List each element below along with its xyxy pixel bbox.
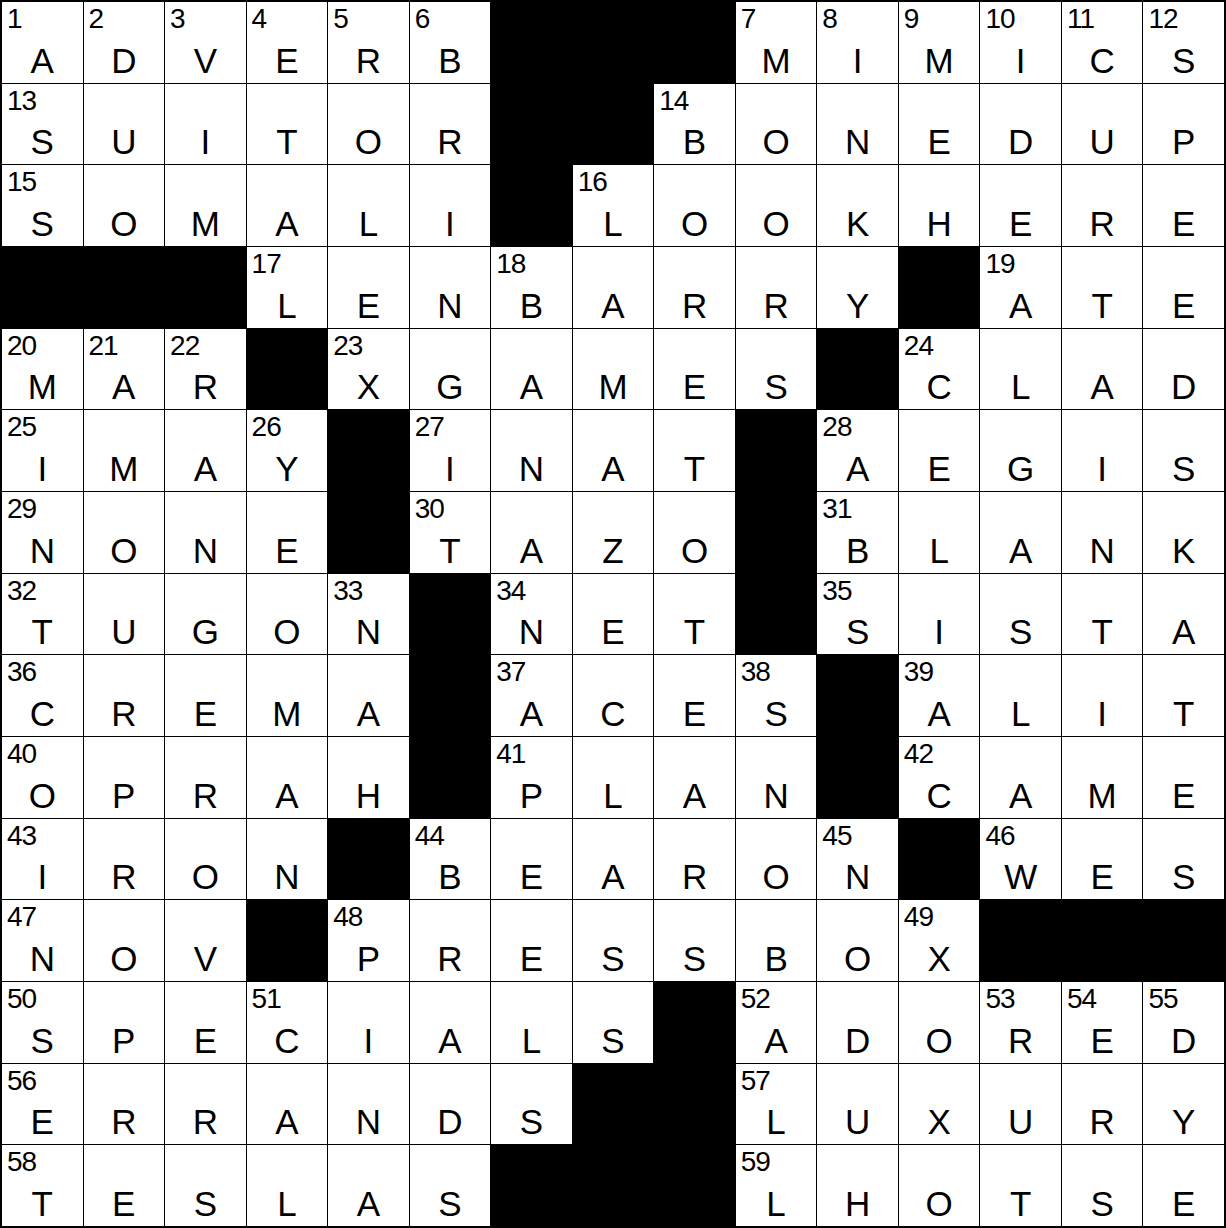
cell-letter: D: [980, 124, 1061, 159]
cell-r2c14[interactable]: U: [1062, 84, 1143, 165]
cell-r13c11[interactable]: D: [817, 982, 898, 1063]
cell-r10c7[interactable]: 41P: [491, 737, 572, 818]
cell-letter: E: [491, 941, 572, 976]
cell-letter: A: [1143, 614, 1224, 649]
cell-r12c3[interactable]: V: [165, 900, 246, 981]
black-cell-r12c14: [1062, 900, 1143, 981]
cell-r5c6[interactable]: G: [410, 329, 491, 410]
cell-r5c13[interactable]: L: [980, 329, 1061, 410]
cell-letter: A: [899, 696, 980, 731]
cell-r5c5[interactable]: 23X: [328, 329, 409, 410]
cell-r10c15[interactable]: E: [1143, 737, 1224, 818]
clue-number: 36: [7, 658, 36, 686]
black-cell-r4c1: [2, 247, 83, 328]
black-cell-r8c10: [736, 574, 817, 655]
cell-r7c12[interactable]: L: [899, 492, 980, 573]
clue-number: 12: [1148, 5, 1177, 33]
cell-r3c10[interactable]: O: [736, 165, 817, 246]
cell-letter: P: [1143, 124, 1224, 159]
cell-r15c1[interactable]: 58T: [2, 1145, 83, 1226]
cell-r1c15[interactable]: 12S: [1143, 2, 1224, 83]
cell-r9c1[interactable]: 36C: [2, 655, 83, 736]
cell-r4c4[interactable]: 17L: [247, 247, 328, 328]
cell-r14c1[interactable]: 56E: [2, 1064, 83, 1145]
black-cell-r13c9: [654, 982, 735, 1063]
cell-letter: E: [328, 288, 409, 323]
cell-r6c11[interactable]: 28A: [817, 410, 898, 491]
cell-r5c1[interactable]: 20M: [2, 329, 83, 410]
cell-r2c13[interactable]: D: [980, 84, 1061, 165]
cell-r13c1[interactable]: 50S: [2, 982, 83, 1063]
cell-r3c14[interactable]: R: [1062, 165, 1143, 246]
black-cell-r5c4: [247, 329, 328, 410]
cell-r8c7[interactable]: 34N: [491, 574, 572, 655]
cell-r4c7[interactable]: 18B: [491, 247, 572, 328]
cell-r15c15[interactable]: E: [1143, 1145, 1224, 1226]
cell-letter: R: [654, 859, 735, 894]
cell-r2c12[interactable]: E: [899, 84, 980, 165]
cell-r9c9[interactable]: E: [654, 655, 735, 736]
clue-number: 45: [822, 822, 851, 850]
cell-r2c10[interactable]: O: [736, 84, 817, 165]
cell-r12c10[interactable]: B: [736, 900, 817, 981]
cell-r3c11[interactable]: K: [817, 165, 898, 246]
cell-r6c6[interactable]: 27I: [410, 410, 491, 491]
cell-r8c14[interactable]: T: [1062, 574, 1143, 655]
cell-r11c4[interactable]: N: [247, 819, 328, 900]
cell-r1c10[interactable]: 7M: [736, 2, 817, 83]
cell-r6c3[interactable]: A: [165, 410, 246, 491]
cell-r7c8[interactable]: Z: [573, 492, 654, 573]
cell-r8c12[interactable]: I: [899, 574, 980, 655]
cell-r1c12[interactable]: 9M: [899, 2, 980, 83]
cell-r12c2[interactable]: O: [84, 900, 165, 981]
cell-letter: M: [1062, 778, 1143, 813]
cell-r8c4[interactable]: O: [247, 574, 328, 655]
cell-r5c14[interactable]: A: [1062, 329, 1143, 410]
cell-r13c7[interactable]: L: [491, 982, 572, 1063]
cell-r13c13[interactable]: 53R: [980, 982, 1061, 1063]
cell-r15c14[interactable]: S: [1062, 1145, 1143, 1226]
cell-r4c5[interactable]: E: [328, 247, 409, 328]
cell-letter: L: [573, 206, 654, 241]
cell-r10c2[interactable]: P: [84, 737, 165, 818]
cell-r11c15[interactable]: S: [1143, 819, 1224, 900]
cell-r3c8[interactable]: 16L: [573, 165, 654, 246]
cell-r3c4[interactable]: A: [247, 165, 328, 246]
cell-r9c5[interactable]: A: [328, 655, 409, 736]
cell-letter: G: [980, 451, 1061, 486]
cell-letter: M: [247, 696, 328, 731]
cell-r11c10[interactable]: O: [736, 819, 817, 900]
cell-r14c4[interactable]: A: [247, 1064, 328, 1145]
cell-r4c15[interactable]: E: [1143, 247, 1224, 328]
cell-letter: H: [328, 778, 409, 813]
cell-r4c6[interactable]: N: [410, 247, 491, 328]
cell-letter: E: [654, 696, 735, 731]
cell-r9c14[interactable]: I: [1062, 655, 1143, 736]
cell-r13c15[interactable]: 55D: [1143, 982, 1224, 1063]
cell-r15c5[interactable]: A: [328, 1145, 409, 1226]
cell-letter: E: [1062, 1023, 1143, 1058]
cell-letter: M: [573, 369, 654, 404]
cell-letter: A: [736, 1023, 817, 1058]
cell-r2c11[interactable]: N: [817, 84, 898, 165]
cell-r2c6[interactable]: R: [410, 84, 491, 165]
cell-r11c6[interactable]: 44B: [410, 819, 491, 900]
cell-letter: S: [573, 1023, 654, 1058]
cell-r9c7[interactable]: 37A: [491, 655, 572, 736]
cell-r15c13[interactable]: T: [980, 1145, 1061, 1226]
cell-letter: E: [1143, 1186, 1224, 1221]
cell-r2c5[interactable]: O: [328, 84, 409, 165]
cell-letter: S: [1143, 859, 1224, 894]
cell-letter: L: [736, 1186, 817, 1221]
cell-r3c12[interactable]: H: [899, 165, 980, 246]
cell-r14c6[interactable]: D: [410, 1064, 491, 1145]
cell-r13c4[interactable]: 51C: [247, 982, 328, 1063]
cell-letter: O: [84, 533, 165, 568]
cell-r12c12[interactable]: 49X: [899, 900, 980, 981]
cell-r3c3[interactable]: M: [165, 165, 246, 246]
cell-r10c8[interactable]: L: [573, 737, 654, 818]
cell-r4c10[interactable]: R: [736, 247, 817, 328]
cell-r8c11[interactable]: 35S: [817, 574, 898, 655]
cell-r7c7[interactable]: A: [491, 492, 572, 573]
clue-number: 58: [7, 1148, 36, 1176]
cell-r3c1[interactable]: 15S: [2, 165, 83, 246]
cell-r8c8[interactable]: E: [573, 574, 654, 655]
cell-r6c4[interactable]: 26Y: [247, 410, 328, 491]
cell-r9c10[interactable]: 38S: [736, 655, 817, 736]
clue-number: 1: [7, 5, 22, 33]
cell-r14c2[interactable]: R: [84, 1064, 165, 1145]
cell-r6c7[interactable]: N: [491, 410, 572, 491]
cell-r5c9[interactable]: E: [654, 329, 735, 410]
cell-r1c4[interactable]: 4E: [247, 2, 328, 83]
cell-letter: Y: [247, 451, 328, 486]
cell-letter: S: [165, 1186, 246, 1221]
cell-r11c7[interactable]: E: [491, 819, 572, 900]
cell-r12c5[interactable]: 48P: [328, 900, 409, 981]
cell-letter: E: [980, 206, 1061, 241]
cell-r11c13[interactable]: 46W: [980, 819, 1061, 900]
cell-r8c3[interactable]: G: [165, 574, 246, 655]
cell-r14c12[interactable]: X: [899, 1064, 980, 1145]
cell-r1c1[interactable]: 1A: [2, 2, 83, 83]
cell-r14c11[interactable]: U: [817, 1064, 898, 1145]
black-cell-r14c9: [654, 1064, 735, 1145]
cell-r5c15[interactable]: D: [1143, 329, 1224, 410]
cell-letter: S: [1143, 451, 1224, 486]
cell-letter: O: [84, 206, 165, 241]
cell-r2c4[interactable]: T: [247, 84, 328, 165]
clue-number: 3: [170, 5, 185, 33]
cell-r15c6[interactable]: S: [410, 1145, 491, 1226]
cell-r13c6[interactable]: A: [410, 982, 491, 1063]
cell-r5c3[interactable]: 22R: [165, 329, 246, 410]
cell-letter: E: [573, 614, 654, 649]
cell-r10c5[interactable]: H: [328, 737, 409, 818]
cell-r3c9[interactable]: O: [654, 165, 735, 246]
cell-r12c7[interactable]: E: [491, 900, 572, 981]
cell-r11c9[interactable]: R: [654, 819, 735, 900]
cell-r1c13[interactable]: 10I: [980, 2, 1061, 83]
black-cell-r4c3: [165, 247, 246, 328]
cell-r13c5[interactable]: I: [328, 982, 409, 1063]
cell-r6c13[interactable]: G: [980, 410, 1061, 491]
cell-r11c1[interactable]: 43I: [2, 819, 83, 900]
cell-r12c8[interactable]: S: [573, 900, 654, 981]
cell-letter: B: [736, 941, 817, 976]
cell-letter: A: [247, 206, 328, 241]
cell-r8c15[interactable]: A: [1143, 574, 1224, 655]
cell-letter: R: [84, 1104, 165, 1139]
cell-letter: T: [980, 1186, 1061, 1221]
cell-r6c15[interactable]: S: [1143, 410, 1224, 491]
cell-r4c8[interactable]: A: [573, 247, 654, 328]
clue-number: 27: [415, 413, 444, 441]
cell-r4c11[interactable]: Y: [817, 247, 898, 328]
cell-r3c6[interactable]: I: [410, 165, 491, 246]
cell-letter: I: [980, 43, 1061, 78]
cell-r7c15[interactable]: K: [1143, 492, 1224, 573]
cell-r6c12[interactable]: E: [899, 410, 980, 491]
cell-r12c1[interactable]: 47N: [2, 900, 83, 981]
cell-r1c6[interactable]: 6B: [410, 2, 491, 83]
cell-r2c2[interactable]: U: [84, 84, 165, 165]
clue-number: 5: [333, 5, 348, 33]
cell-r9c4[interactable]: M: [247, 655, 328, 736]
cell-r14c10[interactable]: 57L: [736, 1064, 817, 1145]
cell-r5c12[interactable]: 24C: [899, 329, 980, 410]
cell-r14c15[interactable]: Y: [1143, 1064, 1224, 1145]
cell-r7c4[interactable]: E: [247, 492, 328, 573]
cell-r13c10[interactable]: 52A: [736, 982, 817, 1063]
cell-letter: O: [84, 941, 165, 976]
cell-r10c9[interactable]: A: [654, 737, 735, 818]
cell-r14c3[interactable]: R: [165, 1064, 246, 1145]
cell-r7c3[interactable]: N: [165, 492, 246, 573]
cell-r6c8[interactable]: A: [573, 410, 654, 491]
cell-letter: N: [410, 288, 491, 323]
cell-r11c3[interactable]: O: [165, 819, 246, 900]
cell-r6c2[interactable]: M: [84, 410, 165, 491]
crossword-grid: 1A2D3V4E5R6B7M8I9M10I11C12S13SUITOR14BON…: [0, 0, 1226, 1228]
cell-letter: C: [2, 696, 83, 731]
cell-letter: A: [328, 1186, 409, 1221]
cell-r15c10[interactable]: 59L: [736, 1145, 817, 1226]
cell-letter: D: [817, 1023, 898, 1058]
cell-r8c5[interactable]: 33N: [328, 574, 409, 655]
cell-r11c8[interactable]: A: [573, 819, 654, 900]
cell-r15c4[interactable]: L: [247, 1145, 328, 1226]
cell-letter: I: [410, 206, 491, 241]
cell-r7c9[interactable]: O: [654, 492, 735, 573]
cell-r9c15[interactable]: T: [1143, 655, 1224, 736]
cell-letter: O: [247, 614, 328, 649]
clue-number: 14: [659, 87, 688, 115]
cell-r4c9[interactable]: R: [654, 247, 735, 328]
cell-letter: E: [654, 369, 735, 404]
cell-r10c3[interactable]: R: [165, 737, 246, 818]
cell-letter: E: [491, 859, 572, 894]
black-cell-r14c8: [573, 1064, 654, 1145]
cell-r14c5[interactable]: N: [328, 1064, 409, 1145]
cell-r14c14[interactable]: R: [1062, 1064, 1143, 1145]
clue-number: 16: [578, 168, 607, 196]
cell-r1c5[interactable]: 5R: [328, 2, 409, 83]
cell-letter: S: [1062, 1186, 1143, 1221]
cell-letter: Z: [573, 533, 654, 568]
cell-letter: U: [817, 1104, 898, 1139]
cell-r9c12[interactable]: 39A: [899, 655, 980, 736]
cell-letter: E: [247, 43, 328, 78]
cell-letter: I: [1062, 696, 1143, 731]
black-cell-r4c12: [899, 247, 980, 328]
cell-r8c1[interactable]: 32T: [2, 574, 83, 655]
cell-r14c13[interactable]: U: [980, 1064, 1061, 1145]
cell-letter: R: [328, 43, 409, 78]
cell-r15c2[interactable]: E: [84, 1145, 165, 1226]
cell-letter: E: [84, 1186, 165, 1221]
cell-r2c15[interactable]: P: [1143, 84, 1224, 165]
cell-r15c11[interactable]: H: [817, 1145, 898, 1226]
cell-r5c10[interactable]: S: [736, 329, 817, 410]
clue-number: 37: [496, 658, 525, 686]
cell-r1c3[interactable]: 3V: [165, 2, 246, 83]
cell-r10c14[interactable]: M: [1062, 737, 1143, 818]
clue-number: 44: [415, 822, 444, 850]
black-cell-r8c6: [410, 574, 491, 655]
cell-r15c12[interactable]: O: [899, 1145, 980, 1226]
cell-r13c3[interactable]: E: [165, 982, 246, 1063]
cell-letter: P: [491, 778, 572, 813]
cell-letter: S: [736, 696, 817, 731]
cell-r7c1[interactable]: 29N: [2, 492, 83, 573]
cell-r7c13[interactable]: A: [980, 492, 1061, 573]
cell-letter: A: [980, 778, 1061, 813]
cell-r4c13[interactable]: 19A: [980, 247, 1061, 328]
cell-letter: A: [573, 288, 654, 323]
cell-letter: I: [2, 451, 83, 486]
cell-r13c8[interactable]: S: [573, 982, 654, 1063]
cell-letter: H: [817, 1186, 898, 1221]
black-cell-r6c10: [736, 410, 817, 491]
cell-r1c14[interactable]: 11C: [1062, 2, 1143, 83]
cell-letter: G: [410, 369, 491, 404]
cell-letter: T: [654, 451, 735, 486]
clue-number: 51: [252, 985, 281, 1013]
cell-r7c6[interactable]: 30T: [410, 492, 491, 573]
cell-letter: C: [573, 696, 654, 731]
cell-r10c12[interactable]: 42C: [899, 737, 980, 818]
cell-r13c14[interactable]: 54E: [1062, 982, 1143, 1063]
cell-r12c6[interactable]: R: [410, 900, 491, 981]
cell-r9c2[interactable]: R: [84, 655, 165, 736]
cell-r7c11[interactable]: 31B: [817, 492, 898, 573]
cell-r11c14[interactable]: E: [1062, 819, 1143, 900]
cell-r5c7[interactable]: A: [491, 329, 572, 410]
cell-r8c2[interactable]: U: [84, 574, 165, 655]
cell-r10c4[interactable]: A: [247, 737, 328, 818]
clue-number: 22: [170, 332, 199, 360]
cell-r7c2[interactable]: O: [84, 492, 165, 573]
clue-number: 57: [741, 1067, 770, 1095]
cell-letter: L: [980, 369, 1061, 404]
cell-letter: S: [491, 1104, 572, 1139]
cell-r11c2[interactable]: R: [84, 819, 165, 900]
cell-r1c11[interactable]: 8I: [817, 2, 898, 83]
cell-r5c2[interactable]: 21A: [84, 329, 165, 410]
cell-r12c11[interactable]: O: [817, 900, 898, 981]
clue-number: 40: [7, 740, 36, 768]
black-cell-r9c11: [817, 655, 898, 736]
clue-number: 13: [7, 87, 36, 115]
cell-r3c2[interactable]: O: [84, 165, 165, 246]
cell-letter: N: [328, 614, 409, 649]
cell-r2c9[interactable]: 14B: [654, 84, 735, 165]
cell-r10c13[interactable]: A: [980, 737, 1061, 818]
cell-letter: L: [573, 778, 654, 813]
cell-r9c8[interactable]: C: [573, 655, 654, 736]
cell-letter: S: [654, 941, 735, 976]
cell-r5c8[interactable]: M: [573, 329, 654, 410]
cell-r11c11[interactable]: 45N: [817, 819, 898, 900]
cell-letter: V: [165, 43, 246, 78]
cell-r8c13[interactable]: S: [980, 574, 1061, 655]
cell-letter: B: [654, 124, 735, 159]
cell-r4c14[interactable]: T: [1062, 247, 1143, 328]
cell-letter: L: [980, 696, 1061, 731]
cell-r9c13[interactable]: L: [980, 655, 1061, 736]
cell-r2c1[interactable]: 13S: [2, 84, 83, 165]
clue-number: 47: [7, 903, 36, 931]
cell-r10c10[interactable]: N: [736, 737, 817, 818]
black-cell-r11c12: [899, 819, 980, 900]
cell-r6c1[interactable]: 25I: [2, 410, 83, 491]
cell-r7c14[interactable]: N: [1062, 492, 1143, 573]
cell-letter: N: [2, 533, 83, 568]
clue-number: 35: [822, 577, 851, 605]
cell-letter: Y: [1143, 1104, 1224, 1139]
cell-r9c3[interactable]: E: [165, 655, 246, 736]
cell-letter: S: [2, 206, 83, 241]
cell-r8c9[interactable]: T: [654, 574, 735, 655]
cell-r12c9[interactable]: S: [654, 900, 735, 981]
cell-r3c15[interactable]: E: [1143, 165, 1224, 246]
cell-letter: T: [2, 1186, 83, 1221]
cell-letter: O: [736, 206, 817, 241]
cell-r14c7[interactable]: S: [491, 1064, 572, 1145]
cell-r6c9[interactable]: T: [654, 410, 735, 491]
cell-r1c2[interactable]: 2D: [84, 2, 165, 83]
cell-r3c5[interactable]: L: [328, 165, 409, 246]
cell-r13c12[interactable]: O: [899, 982, 980, 1063]
clue-number: 50: [7, 985, 36, 1013]
black-cell-r7c5: [328, 492, 409, 573]
cell-r2c3[interactable]: I: [165, 84, 246, 165]
cell-letter: H: [899, 206, 980, 241]
cell-letter: A: [817, 451, 898, 486]
cell-letter: A: [84, 369, 165, 404]
cell-r13c2[interactable]: P: [84, 982, 165, 1063]
cell-r15c3[interactable]: S: [165, 1145, 246, 1226]
cell-r6c14[interactable]: I: [1062, 410, 1143, 491]
cell-r3c13[interactable]: E: [980, 165, 1061, 246]
cell-r10c1[interactable]: 40O: [2, 737, 83, 818]
cell-letter: X: [899, 1104, 980, 1139]
